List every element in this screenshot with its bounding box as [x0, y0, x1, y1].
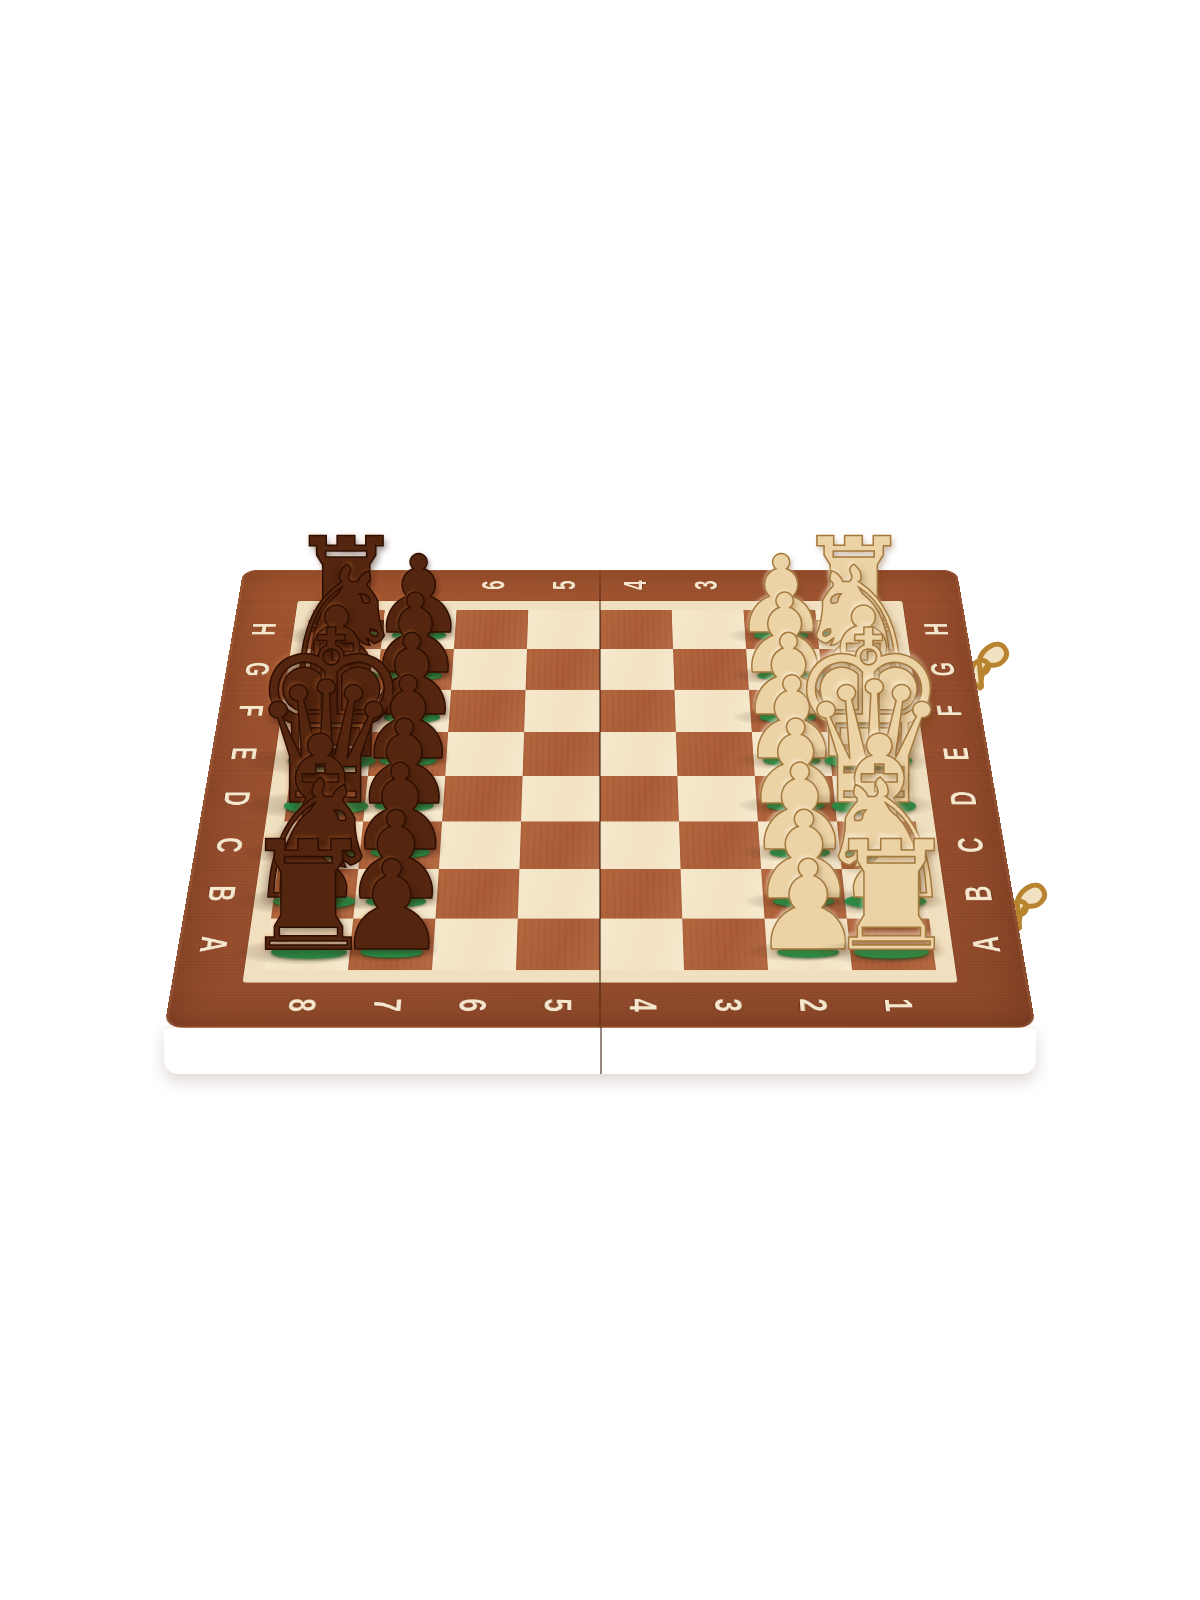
square-f7[interactable] — [372, 690, 451, 732]
square-f1[interactable] — [823, 690, 903, 732]
file-label-left-A: A — [194, 936, 233, 952]
square-c5[interactable] — [519, 821, 600, 869]
board-frame: HGFEDCBAHGFEDCBA8765432187654321 — [164, 570, 1036, 1028]
square-c4[interactable] — [600, 821, 681, 869]
square-h8[interactable] — [308, 610, 385, 649]
rank-label-near-2: 2 — [794, 998, 833, 1011]
square-a3[interactable] — [682, 919, 768, 971]
square-d7[interactable] — [363, 776, 445, 822]
square-g3[interactable] — [673, 649, 749, 690]
square-g2[interactable] — [746, 649, 823, 690]
square-a8[interactable] — [264, 919, 353, 971]
file-label-right-G: G — [926, 662, 961, 676]
square-c2[interactable] — [758, 821, 842, 869]
file-label-right-A: A — [967, 936, 1006, 952]
square-d4[interactable] — [600, 776, 679, 822]
square-c7[interactable] — [358, 821, 442, 869]
file-label-right-B: B — [959, 886, 997, 902]
square-g6[interactable] — [451, 649, 527, 690]
rank-label-far-7: 7 — [407, 581, 439, 590]
square-e6[interactable] — [445, 732, 524, 776]
square-b5[interactable] — [518, 869, 600, 919]
square-h6[interactable] — [454, 610, 528, 649]
square-a2[interactable] — [765, 919, 853, 971]
rank-label-near-1: 1 — [879, 998, 918, 1011]
square-e5[interactable] — [523, 732, 600, 776]
square-g8[interactable] — [302, 649, 381, 690]
square-c6[interactable] — [439, 821, 521, 869]
file-label-left-D: D — [218, 791, 255, 806]
file-label-right-C: C — [952, 837, 990, 852]
square-f2[interactable] — [749, 690, 828, 732]
square-c3[interactable] — [679, 821, 761, 869]
square-f3[interactable] — [674, 690, 751, 732]
file-label-left-H: H — [246, 623, 280, 635]
square-f6[interactable] — [448, 690, 525, 732]
square-e7[interactable] — [368, 732, 448, 776]
square-h3[interactable] — [672, 610, 746, 649]
rank-label-near-7: 7 — [368, 998, 407, 1011]
product-photo-scene: HGFEDCBAHGFEDCBA8765432187654321 ♜♞♝♛♚♝♞… — [0, 0, 1200, 1600]
file-label-left-F: F — [233, 705, 268, 716]
square-b3[interactable] — [681, 869, 765, 919]
rank-label-far-5: 5 — [549, 581, 580, 590]
fold-seam-front — [600, 1027, 602, 1074]
file-label-right-D: D — [945, 791, 982, 806]
rank-label-far-4: 4 — [620, 581, 651, 590]
file-label-right-E: E — [939, 747, 975, 760]
square-b6[interactable] — [435, 869, 519, 919]
rank-label-far-2: 2 — [761, 581, 793, 590]
square-h2[interactable] — [743, 610, 819, 649]
file-label-left-C: C — [210, 837, 248, 852]
square-g7[interactable] — [377, 649, 454, 690]
rank-label-near-8: 8 — [282, 998, 321, 1011]
rank-label-near-6: 6 — [453, 998, 491, 1011]
square-e8[interactable] — [290, 732, 372, 776]
rank-label-far-1: 1 — [832, 581, 864, 590]
file-label-left-E: E — [226, 747, 262, 760]
square-d5[interactable] — [521, 776, 600, 822]
file-label-right-F: F — [932, 705, 967, 716]
square-g5[interactable] — [526, 649, 600, 690]
square-a1[interactable] — [847, 919, 936, 971]
square-g1[interactable] — [819, 649, 898, 690]
square-e4[interactable] — [600, 732, 677, 776]
square-a5[interactable] — [516, 919, 600, 971]
rank-label-near-5: 5 — [538, 998, 576, 1011]
rank-label-far-8: 8 — [336, 581, 368, 590]
square-d8[interactable] — [284, 776, 368, 822]
square-e1[interactable] — [828, 732, 910, 776]
square-b8[interactable] — [271, 869, 358, 919]
square-g4[interactable] — [600, 649, 674, 690]
square-d2[interactable] — [755, 776, 837, 822]
board-front-edge — [164, 1027, 1036, 1074]
square-c8[interactable] — [278, 821, 363, 869]
square-h7[interactable] — [381, 610, 457, 649]
square-h1[interactable] — [815, 610, 892, 649]
rank-label-near-4: 4 — [624, 998, 662, 1011]
square-e2[interactable] — [752, 732, 832, 776]
square-b1[interactable] — [842, 869, 929, 919]
square-e3[interactable] — [676, 732, 755, 776]
file-label-left-B: B — [202, 886, 240, 902]
file-label-right-H: H — [920, 623, 954, 635]
square-f4[interactable] — [600, 690, 676, 732]
rank-label-near-3: 3 — [709, 998, 747, 1011]
square-d6[interactable] — [442, 776, 523, 822]
rank-label-far-3: 3 — [690, 581, 722, 590]
rank-label-far-6: 6 — [478, 581, 510, 590]
square-a6[interactable] — [432, 919, 518, 971]
square-d3[interactable] — [677, 776, 758, 822]
square-b2[interactable] — [761, 869, 847, 919]
square-f8[interactable] — [296, 690, 376, 732]
square-h5[interactable] — [527, 610, 600, 649]
square-a7[interactable] — [348, 919, 436, 971]
square-a4[interactable] — [600, 919, 684, 971]
fold-seam — [599, 570, 601, 1028]
file-label-left-G: G — [240, 662, 275, 676]
square-b4[interactable] — [600, 869, 682, 919]
square-d1[interactable] — [832, 776, 916, 822]
square-c1[interactable] — [837, 821, 922, 869]
square-f5[interactable] — [524, 690, 600, 732]
square-b7[interactable] — [353, 869, 439, 919]
chess-board: HGFEDCBAHGFEDCBA8765432187654321 — [164, 570, 1036, 1028]
square-h4[interactable] — [600, 610, 673, 649]
